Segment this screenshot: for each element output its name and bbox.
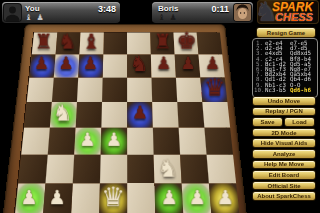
replay-pgn-button[interactable]: Replay / PGN [252, 107, 316, 117]
square-c6[interactable] [77, 78, 103, 102]
piece-white-knight-f3[interactable]: ♞ [154, 153, 181, 184]
piece-white-knight-b5[interactable]: ♞ [50, 99, 76, 128]
square-c7[interactable]: ♟ [78, 54, 103, 77]
square-c4[interactable]: ♟ [74, 128, 101, 155]
square-d5[interactable] [101, 102, 127, 128]
board-frame: ♜♞♝♜♚♟♟♟♞♟♟♟♛♞♟♟♟♞♟♟♛♟♟♟♜♚♝♜ [0, 24, 251, 213]
square-h5[interactable] [202, 102, 230, 128]
2d-mode-button[interactable]: 2D Mode [252, 128, 316, 138]
piece-black-pawn-g7[interactable]: ♟ [176, 50, 200, 78]
square-a2[interactable]: ♟ [15, 183, 45, 213]
square-b7[interactable]: ♟ [54, 54, 80, 77]
you-name: You [25, 4, 40, 13]
square-h6[interactable]: ♛ [200, 78, 227, 102]
undo-move-button[interactable]: Undo Move [252, 96, 316, 106]
piece-white-pawn-a2[interactable]: ♟ [15, 182, 43, 213]
square-a4[interactable] [21, 128, 50, 155]
square-g3[interactable] [180, 155, 209, 184]
square-b2[interactable]: ♟ [43, 183, 73, 213]
edit-board-button[interactable]: Edit Board [252, 170, 316, 180]
button-column: Undo MoveReplay / PGNSaveLoad2D ModeHide… [252, 96, 316, 201]
piece-black-knight-e7[interactable]: ♞ [127, 50, 151, 78]
piece-black-pawn-c7[interactable]: ♟ [78, 50, 102, 78]
square-f6[interactable] [151, 78, 177, 102]
square-d6[interactable] [102, 78, 127, 102]
piece-white-pawn-d4[interactable]: ♟ [101, 125, 127, 155]
piece-black-queen-h6[interactable]: ♛ [202, 74, 227, 102]
boris-timer: 0:11 [211, 4, 229, 14]
about-sparkchess-button[interactable]: About SparkChess [252, 191, 316, 201]
piece-black-pawn-b7[interactable]: ♟ [54, 50, 78, 78]
square-g2[interactable]: ♟ [182, 183, 212, 213]
square-f5[interactable] [152, 102, 178, 128]
piece-white-pawn-b2[interactable]: ♟ [43, 182, 71, 213]
sparkchess-logo: ♞ SPARK CHESS [257, 0, 319, 24]
square-c2[interactable] [71, 183, 100, 213]
square-h4[interactable] [204, 128, 233, 155]
square-d2[interactable]: ♛ [99, 183, 127, 213]
hide-visual-aids-button[interactable]: Hide Visual Aids [252, 138, 316, 148]
you-avatar [4, 4, 21, 21]
square-f3[interactable]: ♞ [154, 155, 182, 184]
square-e3[interactable] [127, 155, 154, 184]
square-g6[interactable] [176, 78, 202, 102]
square-d3[interactable] [100, 155, 127, 184]
piece-black-pawn-e5[interactable]: ♟ [127, 99, 153, 128]
you-timer: 3:48 [98, 4, 116, 14]
piece-white-queen-d2[interactable]: ♛ [99, 182, 127, 213]
square-c5[interactable] [76, 102, 102, 128]
move-list[interactable]: 1.e2-e4e7-e52.d2-d4d7-d53.e4xd5Qd8xd54.c… [252, 38, 318, 98]
square-d4[interactable]: ♟ [101, 128, 127, 155]
analyze-button[interactable]: Analyze [252, 149, 316, 159]
move-text: Qd6-h6 [290, 88, 315, 93]
square-c3[interactable] [73, 155, 101, 184]
board-scene: ♜♞♝♜♚♟♟♟♞♟♟♟♛♞♟♟♟♞♟♟♛♟♟♟♜♚♝♜ [0, 21, 252, 213]
resign-game-button[interactable]: Resign Game [256, 27, 316, 38]
player-bar-you: You 3:48 ♝ ♟ [2, 2, 120, 23]
square-f4[interactable] [153, 128, 180, 155]
logo-word-bottom: CHESS [275, 11, 313, 23]
piece-black-pawn-f7[interactable]: ♟ [151, 50, 175, 78]
piece-black-pawn-a7[interactable]: ♟ [29, 50, 53, 78]
square-h3[interactable] [207, 155, 237, 184]
move-text: Nc3-b5 [265, 88, 290, 93]
boris-avatar [234, 4, 251, 21]
square-f7[interactable]: ♟ [151, 54, 176, 77]
square-e5[interactable]: ♟ [127, 102, 153, 128]
square-f2[interactable]: ♟ [154, 183, 183, 213]
square-a7[interactable]: ♟ [29, 54, 55, 77]
square-b5[interactable]: ♞ [50, 102, 77, 128]
piece-white-pawn-c4[interactable]: ♟ [74, 125, 100, 155]
boris-name: Boris [158, 4, 178, 13]
move-text: 10. [254, 88, 265, 93]
piece-white-pawn-g2[interactable]: ♟ [183, 182, 211, 213]
square-e2[interactable] [127, 183, 155, 213]
piece-white-pawn-f2[interactable]: ♟ [155, 182, 183, 213]
square-a5[interactable] [24, 102, 52, 128]
square-d7[interactable] [103, 54, 127, 77]
square-g7[interactable]: ♟ [175, 54, 201, 77]
square-g5[interactable] [177, 102, 204, 128]
load-button[interactable]: Load [284, 117, 315, 127]
square-e7[interactable]: ♞ [127, 54, 151, 77]
square-b4[interactable] [48, 128, 76, 155]
square-d8[interactable] [103, 32, 127, 54]
chess-board[interactable]: ♜♞♝♜♚♟♟♟♞♟♟♟♛♞♟♟♟♞♟♟♛♟♟♟♜♚♝♜ [10, 32, 239, 213]
square-b3[interactable] [45, 155, 74, 184]
help-me-move-button[interactable]: Help Me Move [252, 160, 316, 170]
square-g4[interactable] [179, 128, 207, 155]
move-row: 10.Nc3-b5Qd6-h6 [254, 88, 316, 93]
piece-white-pawn-h2[interactable]: ♟ [211, 182, 239, 213]
square-h2[interactable]: ♟ [209, 183, 240, 213]
save-button[interactable]: Save [252, 117, 283, 127]
official-site-button[interactable]: Official Site [252, 181, 316, 191]
square-e4[interactable] [127, 128, 154, 155]
square-a3[interactable] [18, 155, 47, 184]
player-bar-boris: Boris 0:11 ♝ ♟ [152, 2, 253, 23]
